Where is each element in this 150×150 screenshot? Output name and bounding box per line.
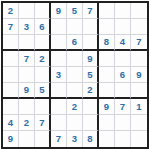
- cell-r8c1[interactable]: 4: [3, 115, 19, 131]
- cell-r7c6[interactable]: [83, 99, 99, 115]
- cell-digit: 7: [39, 118, 44, 128]
- cell-digit: 2: [72, 102, 77, 112]
- cell-r1c2[interactable]: [19, 3, 35, 19]
- cell-r9c8[interactable]: [115, 131, 131, 147]
- sudoku-board: 29577366847729356995229714279738: [1, 1, 149, 149]
- cell-r7c4[interactable]: [51, 99, 67, 115]
- cell-r7c9[interactable]: 1: [131, 99, 147, 115]
- cell-r6c5[interactable]: [67, 83, 83, 99]
- cell-r6c7[interactable]: [99, 83, 115, 99]
- cell-r7c8[interactable]: 7: [115, 99, 131, 115]
- cell-r7c5[interactable]: 2: [67, 99, 83, 115]
- cell-r9c7[interactable]: [99, 131, 115, 147]
- cell-r2c3[interactable]: 6: [35, 19, 51, 35]
- cell-digit: 8: [87, 134, 92, 144]
- cell-digit: 9: [136, 70, 141, 80]
- cell-digit: 2: [24, 118, 29, 128]
- cell-r8c4[interactable]: [51, 115, 67, 131]
- cell-r9c4[interactable]: 7: [51, 131, 67, 147]
- cell-digit: 9: [24, 85, 29, 95]
- cell-r6c6[interactable]: 2: [83, 83, 99, 99]
- cell-r4c6[interactable]: 9: [83, 51, 99, 67]
- cell-digit: 9: [8, 134, 13, 144]
- cell-r9c6[interactable]: 8: [83, 131, 99, 147]
- cell-digit: 7: [87, 6, 92, 16]
- cell-r5c1[interactable]: [3, 67, 19, 83]
- cell-r1c8[interactable]: [115, 3, 131, 19]
- cell-r5c5[interactable]: [67, 67, 83, 83]
- cell-digit: 9: [56, 6, 61, 16]
- cell-digit: 4: [120, 37, 125, 47]
- cell-r3c3[interactable]: [35, 35, 51, 51]
- cell-r4c5[interactable]: [67, 51, 83, 67]
- cell-r4c8[interactable]: [115, 51, 131, 67]
- cell-r7c3[interactable]: [35, 99, 51, 115]
- cell-r1c6[interactable]: 7: [83, 3, 99, 19]
- cell-r3c9[interactable]: 7: [131, 35, 147, 51]
- cell-r1c1[interactable]: 2: [3, 3, 19, 19]
- cell-r6c9[interactable]: [131, 83, 147, 99]
- cell-r8c7[interactable]: [99, 115, 115, 131]
- cell-r7c1[interactable]: [3, 99, 19, 115]
- cell-r3c2[interactable]: [19, 35, 35, 51]
- cell-digit: 7: [56, 134, 61, 144]
- cell-digit: 4: [8, 118, 13, 128]
- cell-digit: 1: [136, 102, 141, 112]
- cell-r2c6[interactable]: [83, 19, 99, 35]
- cell-r9c1[interactable]: 9: [3, 131, 19, 147]
- cell-r6c8[interactable]: [115, 83, 131, 99]
- cell-r1c7[interactable]: [99, 3, 115, 19]
- cell-digit: 7: [136, 37, 141, 47]
- cell-r7c7[interactable]: 9: [99, 99, 115, 115]
- cell-r1c4[interactable]: 9: [51, 3, 67, 19]
- cell-r5c6[interactable]: 5: [83, 67, 99, 83]
- cell-digit: 8: [104, 37, 109, 47]
- cell-digit: 2: [87, 85, 92, 95]
- cell-r2c9[interactable]: [131, 19, 147, 35]
- cell-digit: 3: [72, 134, 77, 144]
- cell-digit: 5: [72, 6, 77, 16]
- cell-r9c3[interactable]: [35, 131, 51, 147]
- cell-r2c7[interactable]: [99, 19, 115, 35]
- cell-digit: 5: [87, 70, 92, 80]
- cell-r4c2[interactable]: 7: [19, 51, 35, 67]
- cell-r2c4[interactable]: [51, 19, 67, 35]
- cell-r6c4[interactable]: [51, 83, 67, 99]
- cell-r4c3[interactable]: 2: [35, 51, 51, 67]
- cell-digit: 5: [39, 85, 44, 95]
- cell-digit: 6: [72, 37, 77, 47]
- cell-digit: 3: [56, 70, 61, 80]
- cell-r8c8[interactable]: [115, 115, 131, 131]
- cell-r8c6[interactable]: [83, 115, 99, 131]
- cell-digit: 2: [8, 6, 13, 16]
- cell-r3c6[interactable]: [83, 35, 99, 51]
- cell-digit: 9: [104, 102, 109, 112]
- cell-r5c8[interactable]: 6: [115, 67, 131, 83]
- cell-r5c3[interactable]: [35, 67, 51, 83]
- cell-digit: 7: [120, 102, 125, 112]
- cell-digit: 7: [8, 22, 13, 32]
- cell-r9c2[interactable]: [19, 131, 35, 147]
- cell-r4c4[interactable]: [51, 51, 67, 67]
- cell-r2c5[interactable]: [67, 19, 83, 35]
- cell-r8c2[interactable]: 2: [19, 115, 35, 131]
- cell-r6c3[interactable]: 5: [35, 83, 51, 99]
- cell-r6c2[interactable]: 9: [19, 83, 35, 99]
- cell-digit: 6: [120, 70, 125, 80]
- cell-r4c9[interactable]: [131, 51, 147, 67]
- cell-r5c7[interactable]: [99, 67, 115, 83]
- cell-r6c1[interactable]: [3, 83, 19, 99]
- cell-digit: 3: [24, 22, 29, 32]
- cell-r5c9[interactable]: 9: [131, 67, 147, 83]
- cell-r3c1[interactable]: [3, 35, 19, 51]
- cell-r1c5[interactable]: 5: [67, 3, 83, 19]
- cell-r2c2[interactable]: 3: [19, 19, 35, 35]
- cell-r1c3[interactable]: [35, 3, 51, 19]
- cell-r3c8[interactable]: 4: [115, 35, 131, 51]
- cell-r2c1[interactable]: 7: [3, 19, 19, 35]
- cell-r5c4[interactable]: 3: [51, 67, 67, 83]
- cell-digit: 2: [39, 54, 44, 64]
- cell-r3c4[interactable]: [51, 35, 67, 51]
- cell-r4c7[interactable]: [99, 51, 115, 67]
- cell-r3c5[interactable]: 6: [67, 35, 83, 51]
- cell-r7c2[interactable]: [19, 99, 35, 115]
- cell-r8c5[interactable]: [67, 115, 83, 131]
- cell-r2c8[interactable]: [115, 19, 131, 35]
- cell-r9c9[interactable]: [131, 131, 147, 147]
- cell-r1c9[interactable]: [131, 3, 147, 19]
- cell-r3c7[interactable]: 8: [99, 35, 115, 51]
- cell-digit: 9: [87, 54, 92, 64]
- cell-digit: 7: [24, 54, 29, 64]
- cell-r5c2[interactable]: [19, 67, 35, 83]
- cell-digit: 6: [39, 22, 44, 32]
- cell-r8c9[interactable]: [131, 115, 147, 131]
- cell-r8c3[interactable]: 7: [35, 115, 51, 131]
- cell-r9c5[interactable]: 3: [67, 131, 83, 147]
- cell-r4c1[interactable]: [3, 51, 19, 67]
